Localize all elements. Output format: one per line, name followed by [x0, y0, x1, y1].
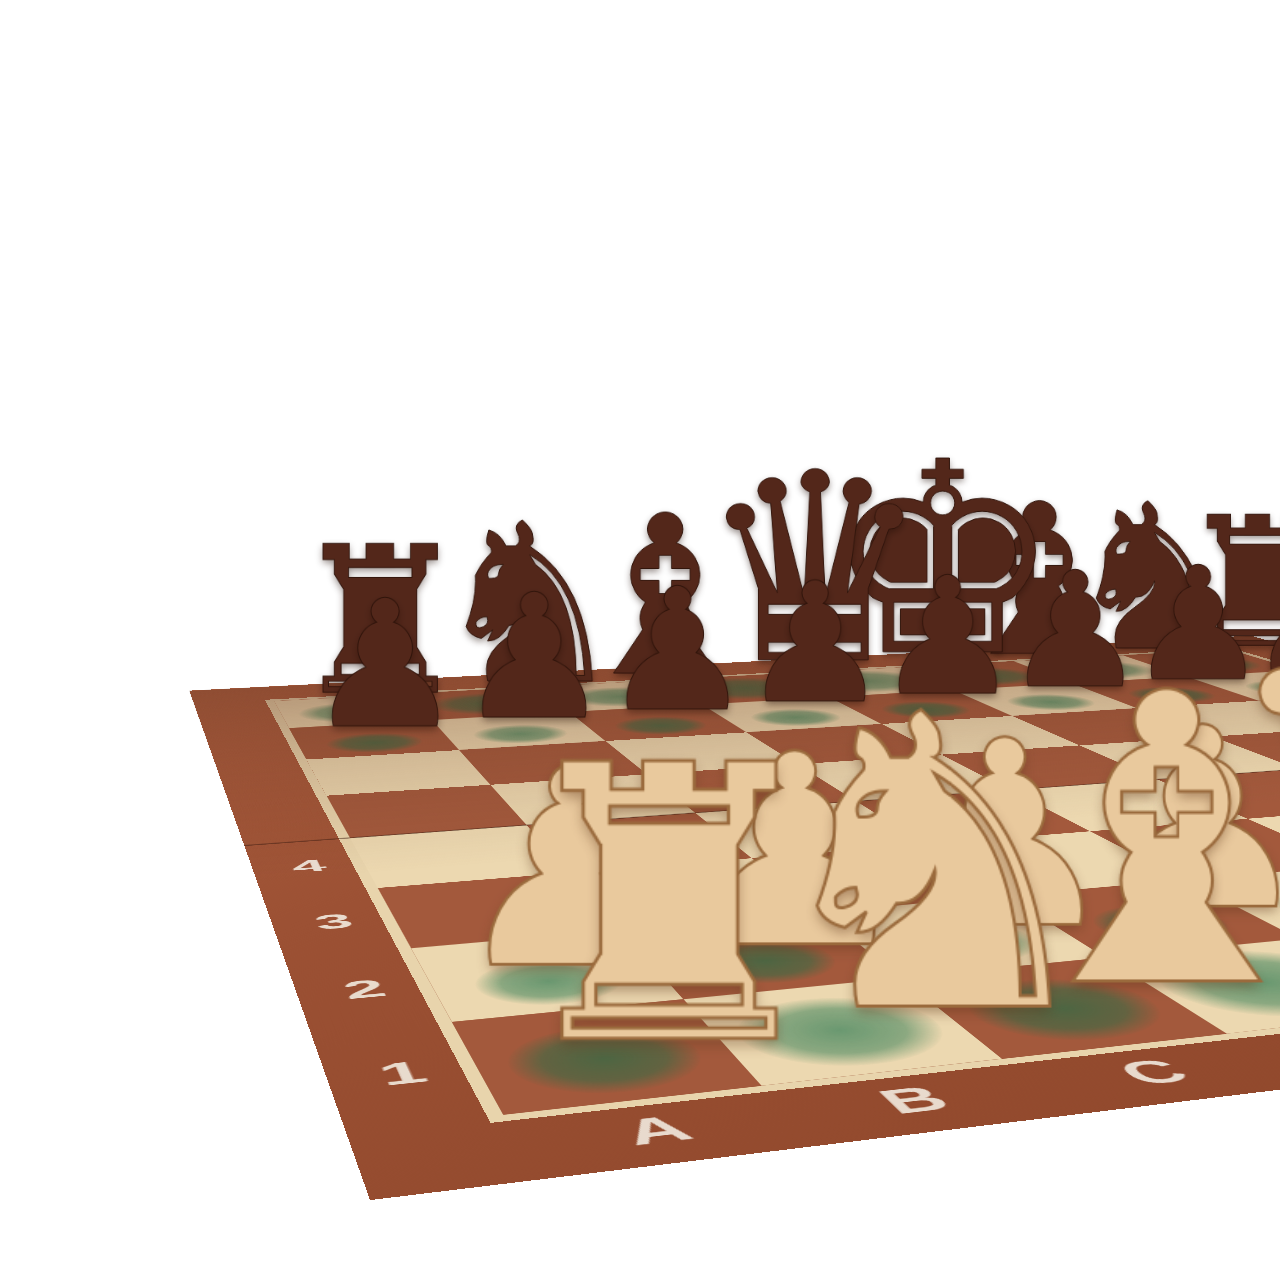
chess-board: ♜♞♝♛♚♝♞♜♟♟♟♟♟♟♟♟♟♟♟♟♟♟♟♟♜♞♝♛♚♝♞♜ 1234ABC… — [189, 636, 1280, 1200]
chess-board-grid: ♜♞♝♛♚♝♞♜♟♟♟♟♟♟♟♟♟♟♟♟♟♟♟♟♜♞♝♛♚♝♞♜ — [274, 650, 1280, 1115]
photo-canvas: ♜♞♝♛♚♝♞♜♟♟♟♟♟♟♟♟♟♟♟♟♟♟♟♟♜♞♝♛♚♝♞♜ 1234ABC… — [0, 0, 1280, 1280]
white-rook-a1[interactable]: ♜ — [499, 716, 766, 1096]
black-pawn-a7[interactable]: ♟ — [306, 578, 459, 754]
scene: ♜♞♝♛♚♝♞♜♟♟♟♟♟♟♟♟♟♟♟♟♟♟♟♟♜♞♝♛♚♝♞♜ 1234ABC… — [0, 0, 1280, 1280]
square-a1[interactable]: ♜ — [452, 999, 762, 1114]
